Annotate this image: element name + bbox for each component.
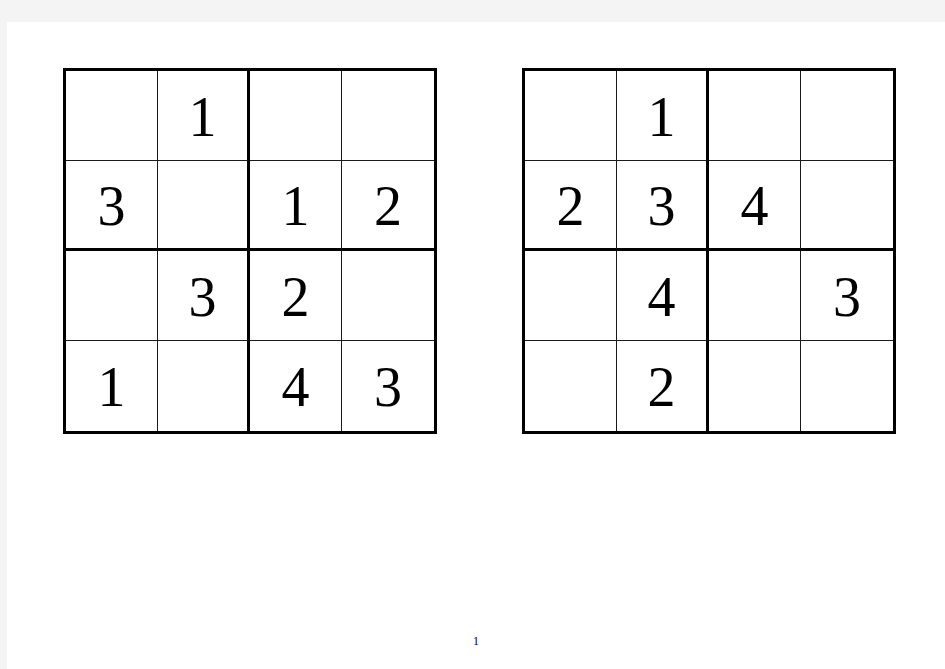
p1-cell-r2c1: 3 (66, 161, 158, 251)
p1-cell-r4c4: 3 (342, 341, 434, 431)
p1-cell-r2c2 (158, 161, 250, 251)
p2-cell-r1c4 (801, 71, 893, 161)
p2-cell-r3c3 (709, 251, 801, 341)
p2-cell-r4c4 (801, 341, 893, 431)
p2-cell-r4c1 (525, 341, 617, 431)
p2-cell-r2c2: 3 (617, 161, 709, 251)
p1-cell-r1c2: 1 (158, 71, 250, 161)
p2-cell-r4c2: 2 (617, 341, 709, 431)
p2-cell-r3c4: 3 (801, 251, 893, 341)
p2-cell-r2c1: 2 (525, 161, 617, 251)
p1-cell-r1c4 (342, 71, 434, 161)
p2-cell-r1c2: 1 (617, 71, 709, 161)
p1-cell-r2c4: 2 (342, 161, 434, 251)
p1-cell-r3c3: 2 (250, 251, 342, 341)
p1-cell-r2c3: 1 (250, 161, 342, 251)
p2-cell-r3c2: 4 (617, 251, 709, 341)
sudoku-board-2: 1234432 (522, 68, 896, 434)
viewer-background: 131232143 1234432 1 (0, 0, 945, 669)
p1-cell-r4c3: 4 (250, 341, 342, 431)
sudoku-board-1: 131232143 (63, 68, 437, 434)
p2-cell-r1c3 (709, 71, 801, 161)
p1-cell-r1c1 (66, 71, 158, 161)
p2-cell-r1c1 (525, 71, 617, 161)
p1-cell-r3c2: 3 (158, 251, 250, 341)
document-page: 131232143 1234432 1 (7, 22, 945, 669)
p1-cell-r4c1: 1 (66, 341, 158, 431)
p2-cell-r2c3: 4 (709, 161, 801, 251)
p2-cell-r4c3 (709, 341, 801, 431)
p2-cell-r3c1 (525, 251, 617, 341)
p1-cell-r4c2 (158, 341, 250, 431)
p2-cell-r2c4 (801, 161, 893, 251)
page-number: 1 (7, 634, 945, 649)
p1-cell-r3c1 (66, 251, 158, 341)
p1-cell-r3c4 (342, 251, 434, 341)
p1-cell-r1c3 (250, 71, 342, 161)
